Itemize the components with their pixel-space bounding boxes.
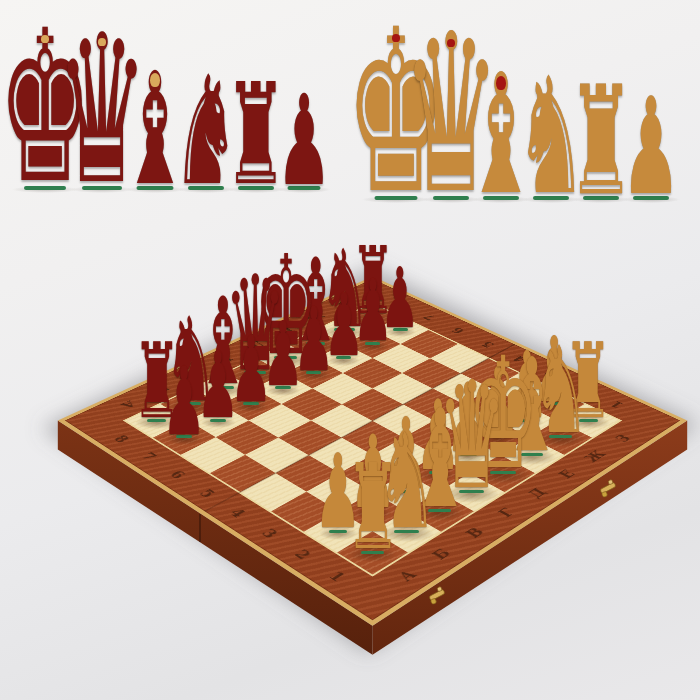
pawn-icon: ♟ <box>276 78 332 203</box>
king-finial-accent <box>41 35 49 43</box>
lineup-light-wood-set: ♚♛♝♞♜♟ <box>366 18 688 198</box>
lineup-right-pawn: ♟ <box>626 18 676 198</box>
queen-finial-accent <box>447 39 455 47</box>
lineup-left-rook: ♜ <box>231 24 281 188</box>
lineup-dark-red-set: ♚♛♝♞♜♟ <box>16 24 336 188</box>
lineup-right-rook: ♜ <box>576 18 626 198</box>
lineup-left-knight: ♞ <box>181 24 231 188</box>
chessboard: 12345678 12345678 АБВГДЕЖЗ АБВГДЕЖЗ <box>58 276 687 626</box>
pawn-icon: ♟ <box>621 80 681 214</box>
product-photo: ♚♛♝♞♜♟ ♚♛♝♞♜♟ 12345678 12345678 АБВГДЕЖЗ… <box>0 0 700 700</box>
playing-field <box>123 302 622 576</box>
lineup-left-pawn: ♟ <box>281 24 327 188</box>
chessboard-perspective-wrap: 12345678 12345678 АБВГДЕЖЗ АБВГДЕЖЗ <box>150 198 595 643</box>
king-finial-accent <box>392 34 400 42</box>
bishop-finial-accent <box>150 73 160 87</box>
bishop-finial-accent <box>496 76 506 90</box>
queen-finial-accent <box>98 38 106 46</box>
